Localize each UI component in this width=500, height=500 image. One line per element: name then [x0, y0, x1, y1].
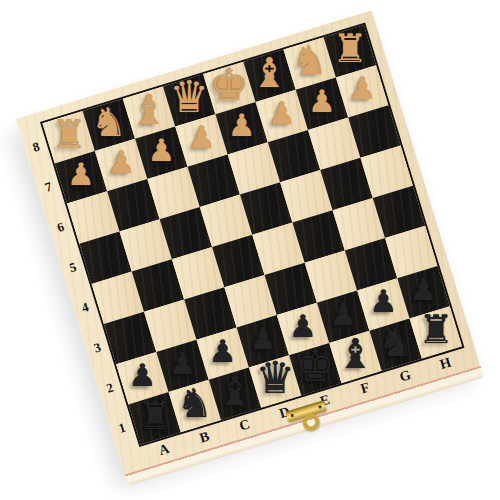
white-pawn-a7[interactable]: ♟	[60, 153, 102, 195]
black-bishop-c1[interactable]: ♝	[214, 370, 256, 412]
board-top-face: ♜♞♝♛♚♝♞♜♟♟♟♟♟♟♟♟♟♟♟♟♟♟♟♟♜♞♝♛♚♝♞♜ 8765432…	[16, 10, 481, 475]
white-king-e8[interactable]: ♚	[208, 64, 250, 106]
black-knight-g1[interactable]: ♞	[375, 321, 417, 363]
black-knight-b1[interactable]: ♞	[174, 382, 216, 424]
white-pawn-e7[interactable]: ♟	[221, 104, 263, 146]
white-queen-d8[interactable]: ♛	[168, 76, 210, 118]
white-bishop-f8[interactable]: ♝	[248, 52, 290, 94]
white-knight-g8[interactable]: ♞	[289, 39, 331, 81]
black-pawn-g2[interactable]: ♟	[362, 280, 404, 322]
white-bishop-c8[interactable]: ♝	[128, 89, 170, 131]
black-queen-d1[interactable]: ♛	[254, 357, 296, 399]
black-bishop-f1[interactable]: ♝	[334, 333, 376, 375]
white-rook-a8[interactable]: ♜	[48, 113, 90, 155]
white-pawn-f7[interactable]: ♟	[261, 92, 303, 134]
photo-canvas: ♜♞♝♛♚♝♞♜♟♟♟♟♟♟♟♟♟♟♟♟♟♟♟♟♜♞♝♛♚♝♞♜ 8765432…	[0, 0, 500, 500]
black-pawn-h2[interactable]: ♟	[403, 268, 445, 310]
black-pawn-a2[interactable]: ♟	[121, 354, 163, 396]
white-pawn-d7[interactable]: ♟	[180, 116, 222, 158]
white-pawn-c7[interactable]: ♟	[140, 129, 182, 171]
black-king-e1[interactable]: ♚	[294, 345, 336, 387]
white-pawn-b7[interactable]: ♟	[100, 141, 142, 183]
black-rook-h1[interactable]: ♜	[415, 308, 457, 350]
white-pawn-g7[interactable]: ♟	[301, 80, 343, 122]
black-pawn-f2[interactable]: ♟	[322, 293, 364, 335]
white-pawn-h7[interactable]: ♟	[341, 67, 383, 109]
white-rook-h8[interactable]: ♜	[329, 27, 371, 69]
white-knight-b8[interactable]: ♞	[88, 101, 130, 143]
black-pawn-c2[interactable]: ♟	[202, 330, 244, 372]
black-pawn-b2[interactable]: ♟	[162, 342, 204, 384]
black-rook-a1[interactable]: ♜	[134, 394, 176, 436]
chess-board: ♜♞♝♛♚♝♞♜♟♟♟♟♟♟♟♟♟♟♟♟♟♟♟♟♜♞♝♛♚♝♞♜ 8765432…	[16, 10, 484, 486]
